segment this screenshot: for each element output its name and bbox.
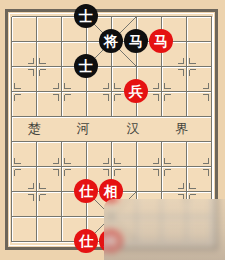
piece-red-advisor-1[interactable]: 仕 (74, 179, 98, 203)
piece-black-advisor-1[interactable]: 士 (74, 4, 98, 28)
piece-red-pawn[interactable]: 兵 (124, 79, 148, 103)
river-label-3: 界 (176, 121, 189, 136)
piece-red-advisor-2[interactable]: 仕 (74, 229, 98, 253)
piece-black-horse[interactable]: 马 (124, 29, 148, 53)
xiangqi-app: 楚河汉界 士将马马士兵仕相仕帅 (0, 0, 225, 260)
river-label-1: 河 (77, 121, 90, 136)
piece-red-horse[interactable]: 马 (149, 29, 173, 53)
blur-overlay (104, 199, 225, 260)
piece-black-general[interactable]: 将 (99, 29, 123, 53)
piece-black-advisor-2[interactable]: 士 (74, 54, 98, 78)
river-label-0: 楚 (28, 121, 41, 136)
river-label-2: 汉 (127, 121, 140, 136)
